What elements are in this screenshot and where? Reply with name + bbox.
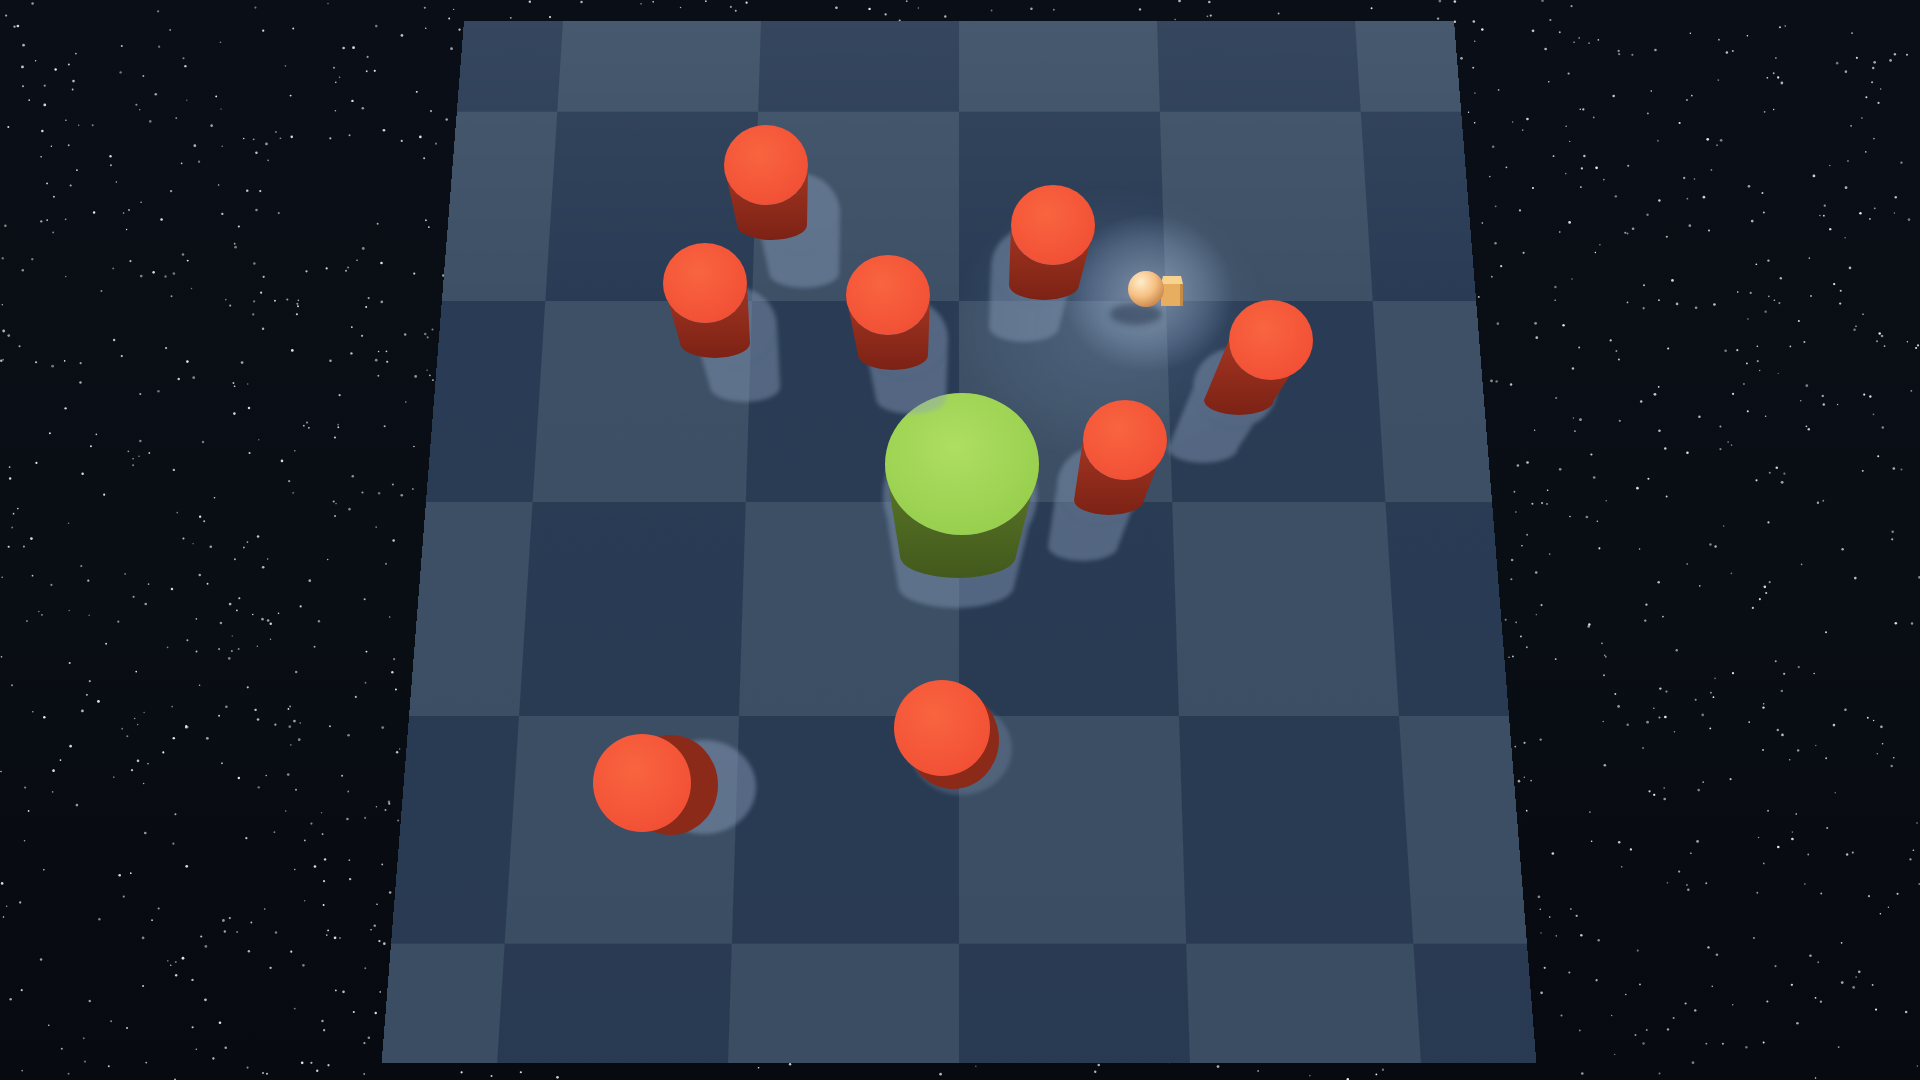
agent-box-top xyxy=(1161,276,1183,284)
obstacle-cylinder xyxy=(846,255,948,414)
obstacle-cylinder xyxy=(1048,400,1167,561)
goal-cylinder xyxy=(883,393,1039,608)
obstacle-cylinder xyxy=(989,185,1095,342)
game-viewport[interactable] xyxy=(0,0,1920,1080)
agent-ball-sphere xyxy=(1128,271,1164,307)
obstacle-cylinder xyxy=(1168,300,1313,463)
obstacle-cylinder xyxy=(663,243,780,402)
obstacle-cylinder-toppled xyxy=(894,680,1012,795)
agent-ball xyxy=(1110,271,1183,325)
agent-box-edge xyxy=(1180,284,1183,306)
agent-shadow xyxy=(1110,303,1162,325)
scene-objects xyxy=(0,0,1920,1080)
obstacle-cylinder-toppled xyxy=(593,734,756,835)
agent-box-front xyxy=(1161,284,1183,306)
